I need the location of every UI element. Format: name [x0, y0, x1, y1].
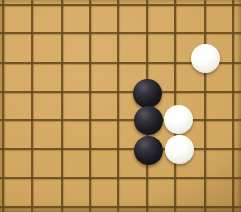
go-board[interactable]: [0, 0, 241, 212]
black-stone-c6r4[interactable]: [133, 79, 162, 108]
black-stone-c6r6[interactable]: [134, 136, 163, 165]
white-stone-c8r3[interactable]: [191, 44, 220, 73]
board-stones-layer: [0, 0, 241, 212]
white-stone-c7r6[interactable]: [165, 135, 194, 164]
black-stone-c6r5[interactable]: [134, 106, 163, 135]
screenshot-stage: [0, 0, 241, 212]
white-stone-c7r5[interactable]: [164, 105, 193, 134]
